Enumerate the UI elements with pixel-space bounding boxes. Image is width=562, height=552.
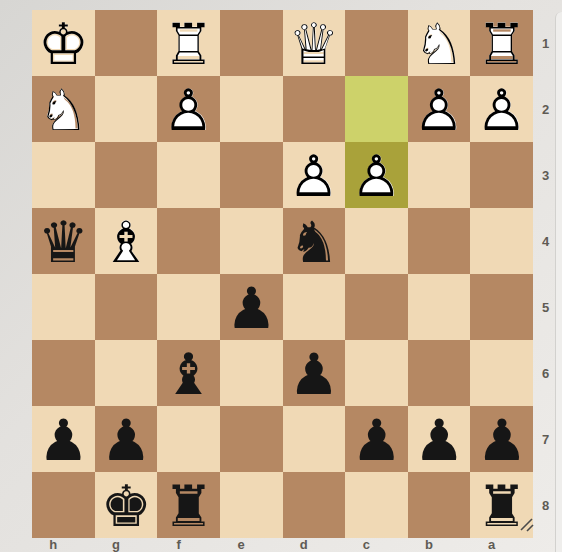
piece-glyph: ♙ — [283, 143, 346, 209]
square-h7[interactable]: ♟ — [32, 406, 95, 472]
square-f2[interactable]: ♟♙ — [157, 76, 220, 142]
black-bishop[interactable]: ♝ — [157, 341, 220, 407]
piece-glyph: ♘ — [32, 77, 95, 143]
square-g3[interactable] — [95, 142, 158, 208]
square-a2[interactable]: ♟♙ — [470, 76, 533, 142]
square-d7[interactable] — [283, 406, 346, 472]
square-c4[interactable] — [345, 208, 408, 274]
white-king[interactable]: ♚♔ — [32, 11, 95, 77]
square-a4[interactable] — [470, 208, 533, 274]
square-d2[interactable] — [283, 76, 346, 142]
piece-glyph: ♙ — [408, 77, 471, 143]
piece-glyph: ♖ — [157, 11, 220, 77]
file-labels: hgfedcba — [32, 536, 533, 552]
black-knight[interactable]: ♞ — [283, 209, 346, 275]
square-d1[interactable]: ♛♕ — [283, 10, 346, 76]
piece-glyph: ♟ — [226, 280, 277, 337]
square-h1[interactable]: ♚♔ — [32, 10, 95, 76]
square-h4[interactable]: ♛ — [32, 208, 95, 274]
piece-glyph: ♟ — [100, 412, 151, 469]
square-g5[interactable] — [95, 274, 158, 340]
square-h8[interactable] — [32, 472, 95, 538]
piece-glyph: ♜ — [163, 478, 214, 535]
piece-glyph: ♔ — [32, 11, 95, 77]
square-e8[interactable] — [220, 472, 283, 538]
square-e1[interactable] — [220, 10, 283, 76]
piece-glyph: ♙ — [470, 77, 533, 143]
square-a3[interactable] — [470, 142, 533, 208]
piece-glyph: ♟ — [351, 412, 402, 469]
square-d4[interactable]: ♞ — [283, 208, 346, 274]
black-rook[interactable]: ♜ — [157, 473, 220, 539]
white-knight[interactable]: ♞♘ — [408, 11, 471, 77]
square-g7[interactable]: ♟ — [95, 406, 158, 472]
white-pawn[interactable]: ♟♙ — [470, 77, 533, 143]
square-e4[interactable] — [220, 208, 283, 274]
square-b7[interactable]: ♟ — [408, 406, 471, 472]
black-pawn[interactable]: ♟ — [95, 407, 158, 473]
piece-glyph: ♝ — [163, 346, 214, 403]
square-e2[interactable] — [220, 76, 283, 142]
square-e5[interactable]: ♟ — [220, 274, 283, 340]
square-g6[interactable] — [95, 340, 158, 406]
board-resize-handle[interactable] — [517, 515, 537, 535]
black-pawn[interactable]: ♟ — [470, 407, 533, 473]
square-e3[interactable] — [220, 142, 283, 208]
black-pawn[interactable]: ♟ — [345, 407, 408, 473]
square-e7[interactable] — [220, 406, 283, 472]
square-g2[interactable] — [95, 76, 158, 142]
square-d5[interactable] — [283, 274, 346, 340]
square-g1[interactable] — [95, 10, 158, 76]
square-b3[interactable] — [408, 142, 471, 208]
square-c1[interactable] — [345, 10, 408, 76]
black-pawn[interactable]: ♟ — [220, 275, 283, 341]
square-g4[interactable]: ♝♗ — [95, 208, 158, 274]
white-queen[interactable]: ♛♕ — [283, 11, 346, 77]
square-c3[interactable]: ♟♙ — [345, 142, 408, 208]
white-bishop[interactable]: ♝♗ — [95, 209, 158, 275]
square-a7[interactable]: ♟ — [470, 406, 533, 472]
square-g8[interactable]: ♚ — [95, 472, 158, 538]
square-b5[interactable] — [408, 274, 471, 340]
piece-glyph: ♞ — [288, 214, 339, 271]
square-b8[interactable] — [408, 472, 471, 538]
piece-glyph: ♟ — [288, 346, 339, 403]
piece-glyph: ♙ — [345, 143, 408, 209]
piece-glyph: ♟ — [476, 412, 527, 469]
square-a1[interactable]: ♜♖ — [470, 10, 533, 76]
square-c2[interactable] — [345, 76, 408, 142]
square-f4[interactable] — [157, 208, 220, 274]
square-c6[interactable] — [345, 340, 408, 406]
file-label-c: c — [335, 536, 398, 552]
square-f3[interactable] — [157, 142, 220, 208]
square-f6[interactable]: ♝ — [157, 340, 220, 406]
white-pawn[interactable]: ♟♙ — [157, 77, 220, 143]
file-label-h: h — [22, 536, 85, 552]
square-d8[interactable] — [283, 472, 346, 538]
square-c5[interactable] — [345, 274, 408, 340]
square-h3[interactable] — [32, 142, 95, 208]
square-f5[interactable] — [157, 274, 220, 340]
file-label-e: e — [210, 536, 273, 552]
square-d3[interactable]: ♟♙ — [283, 142, 346, 208]
file-label-f: f — [147, 536, 210, 552]
file-label-b: b — [398, 536, 461, 552]
piece-glyph: ♕ — [283, 11, 346, 77]
black-king[interactable]: ♚ — [95, 473, 158, 539]
piece-glyph: ♘ — [408, 11, 471, 77]
square-h6[interactable] — [32, 340, 95, 406]
piece-glyph: ♙ — [157, 77, 220, 143]
white-pawn[interactable]: ♟♙ — [345, 143, 408, 209]
file-label-g: g — [85, 536, 148, 552]
piece-glyph: ♚ — [100, 478, 151, 535]
black-pawn[interactable]: ♟ — [408, 407, 471, 473]
square-b6[interactable] — [408, 340, 471, 406]
chess-board[interactable]: ♚♔♜♖♛♕♞♘♜♖♞♘♟♙♟♙♟♙♟♙♟♙♛♝♗♞♟♝♟♟♟♟♟♟♚♜♜ — [32, 10, 533, 538]
piece-glyph: ♛ — [38, 214, 89, 271]
black-queen[interactable]: ♛ — [32, 209, 95, 275]
side-panel-edge — [555, 12, 562, 552]
black-pawn[interactable]: ♟ — [32, 407, 95, 473]
white-rook[interactable]: ♜♖ — [470, 11, 533, 77]
file-label-a: a — [460, 536, 523, 552]
square-c8[interactable] — [345, 472, 408, 538]
square-c7[interactable]: ♟ — [345, 406, 408, 472]
square-f1[interactable]: ♜♖ — [157, 10, 220, 76]
square-b1[interactable]: ♞♘ — [408, 10, 471, 76]
square-b2[interactable]: ♟♙ — [408, 76, 471, 142]
square-a6[interactable] — [470, 340, 533, 406]
piece-glyph: ♗ — [95, 209, 158, 275]
square-e6[interactable] — [220, 340, 283, 406]
square-a5[interactable] — [470, 274, 533, 340]
resize-grip-icon — [517, 515, 537, 535]
piece-glyph: ♟ — [414, 412, 465, 469]
black-pawn[interactable]: ♟ — [283, 341, 346, 407]
square-h2[interactable]: ♞♘ — [32, 76, 95, 142]
white-pawn[interactable]: ♟♙ — [408, 77, 471, 143]
piece-glyph: ♟ — [38, 412, 89, 469]
white-pawn[interactable]: ♟♙ — [283, 143, 346, 209]
piece-glyph: ♖ — [470, 11, 533, 77]
square-f8[interactable]: ♜ — [157, 472, 220, 538]
square-d6[interactable]: ♟ — [283, 340, 346, 406]
square-f7[interactable] — [157, 406, 220, 472]
square-h5[interactable] — [32, 274, 95, 340]
white-rook[interactable]: ♜♖ — [157, 11, 220, 77]
square-b4[interactable] — [408, 208, 471, 274]
file-label-d: d — [273, 536, 336, 552]
white-knight[interactable]: ♞♘ — [32, 77, 95, 143]
